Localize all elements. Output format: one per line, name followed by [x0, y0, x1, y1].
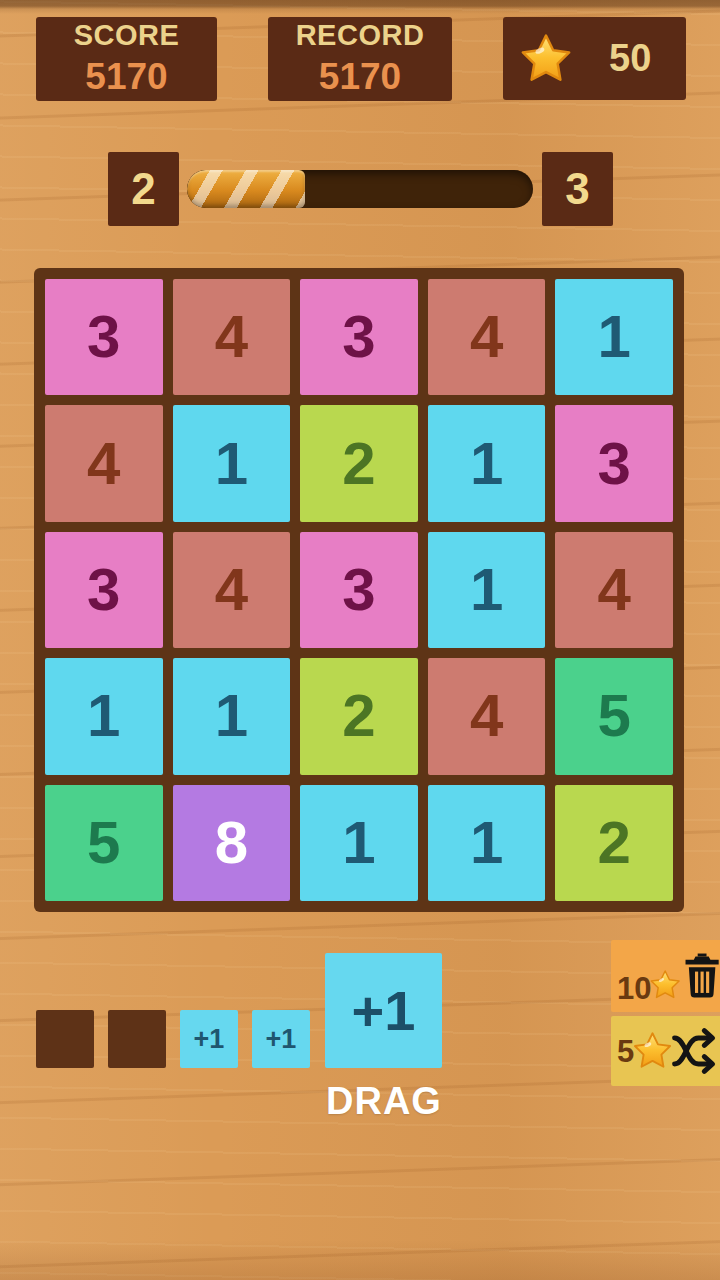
tile-r3c4[interactable]: 1	[428, 532, 546, 648]
record-panel: RECORD 5170	[268, 17, 452, 101]
trash-powerup-button[interactable]: 10	[611, 940, 720, 1012]
tile-r3c5[interactable]: 4	[555, 532, 673, 648]
tile-r4c1[interactable]: 1	[45, 658, 163, 774]
star-icon	[519, 32, 573, 86]
tile-r4c3[interactable]: 2	[300, 658, 418, 774]
big-plus-one-tile[interactable]: +1	[325, 953, 442, 1068]
tile-r1c5[interactable]: 1	[555, 279, 673, 395]
tile-r2c3[interactable]: 2	[300, 405, 418, 521]
mini-plus-one-tile-1[interactable]: +1	[180, 1010, 238, 1068]
tile-r2c4[interactable]: 1	[428, 405, 546, 521]
tile-r4c4[interactable]: 4	[428, 658, 546, 774]
star-count: 50	[609, 37, 651, 80]
record-value: 5170	[319, 55, 401, 99]
tile-r5c1[interactable]: 5	[45, 785, 163, 901]
tile-r4c2[interactable]: 1	[173, 658, 291, 774]
tile-r2c5[interactable]: 3	[555, 405, 673, 521]
level-current: 2	[108, 152, 179, 226]
star-icon	[649, 966, 681, 1004]
drag-label: DRAG	[294, 1080, 474, 1123]
score-label: SCORE	[74, 18, 180, 53]
tile-r4c5[interactable]: 5	[555, 658, 673, 774]
star-currency-panel: 50	[503, 17, 686, 100]
tray-empty-slot-2	[108, 1010, 166, 1068]
tile-r5c2[interactable]: 8	[173, 785, 291, 901]
tray-slots: +1+1	[36, 1010, 310, 1068]
trash-icon	[680, 948, 720, 1004]
score-panel: SCORE 5170	[36, 17, 217, 101]
shuffle-powerup-button[interactable]: 5	[611, 1016, 720, 1086]
record-label: RECORD	[296, 18, 425, 53]
shuffle-icon	[671, 1025, 720, 1077]
tile-r1c3[interactable]: 3	[300, 279, 418, 395]
tile-r2c2[interactable]: 1	[173, 405, 291, 521]
tray-empty-slot-1	[36, 1010, 94, 1068]
star-icon	[632, 1030, 673, 1072]
tile-r3c3[interactable]: 3	[300, 532, 418, 648]
tile-r5c5[interactable]: 2	[555, 785, 673, 901]
tile-r3c1[interactable]: 3	[45, 532, 163, 648]
game-screen: { "game": "number-merge puzzle (Just Get…	[0, 0, 720, 1280]
tile-r2c1[interactable]: 4	[45, 405, 163, 521]
mini-plus-one-tile-2[interactable]: +1	[252, 1010, 310, 1068]
tile-r1c1[interactable]: 3	[45, 279, 163, 395]
trash-cost: 10	[617, 973, 651, 1004]
score-value: 5170	[85, 55, 167, 99]
level-progress-track	[187, 170, 533, 208]
progress-fill	[187, 170, 305, 208]
level-next: 3	[542, 152, 613, 226]
board: 3434141213343141124558112	[34, 268, 684, 912]
tile-r1c2[interactable]: 4	[173, 279, 291, 395]
tile-r3c2[interactable]: 4	[173, 532, 291, 648]
tile-r5c3[interactable]: 1	[300, 785, 418, 901]
tile-r1c4[interactable]: 4	[428, 279, 546, 395]
tile-r5c4[interactable]: 1	[428, 785, 546, 901]
